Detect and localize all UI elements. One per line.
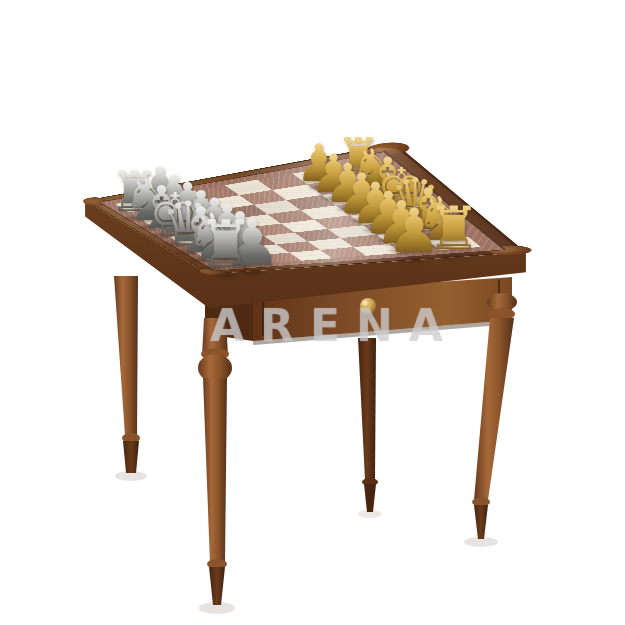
- watermark: ARENA: [210, 300, 459, 351]
- table-leg-front: [198, 318, 232, 605]
- floor-shadows: [115, 471, 498, 614]
- table-leg-right: [472, 293, 517, 539]
- piece-glyph: ♟: [387, 200, 442, 261]
- table-leg-rear: [358, 338, 378, 512]
- piece-glyph: ♜: [197, 212, 255, 277]
- chess-piece[interactable]: ♜: [187, 212, 265, 277]
- table-leg-back-left: [114, 276, 140, 473]
- chess-piece[interactable]: ♟: [378, 200, 451, 261]
- product-photo-scene: ♜♟♟♜♞♟♟♞♝♟♟♝♚♟♟♚♛♟♟♛♝♟♟♝♞♟♟♞♜♟♟♜ ARENA: [0, 0, 625, 625]
